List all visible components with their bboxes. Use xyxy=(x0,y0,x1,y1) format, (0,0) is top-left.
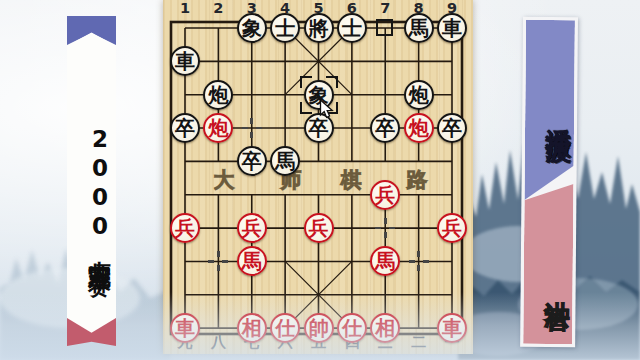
piece-black-elephant[interactable]: 象 xyxy=(304,80,334,110)
file-label: 二 xyxy=(408,333,430,352)
piece-black-cannon[interactable]: 炮 xyxy=(203,80,233,110)
river-watermark: 大 xyxy=(211,166,237,194)
point-marker xyxy=(409,251,429,271)
piece-black-soldier[interactable]: 卒 xyxy=(170,113,200,143)
piece-black-elephant[interactable]: 象 xyxy=(237,13,267,43)
piece-black-soldier[interactable]: 卒 xyxy=(304,113,334,143)
red-player-name: 洪智 xyxy=(520,232,576,337)
piece-black-chariot[interactable]: 車 xyxy=(437,13,467,43)
event-title: 2000大师冠军赛 xyxy=(67,56,116,326)
piece-red-cannon[interactable]: 炮 xyxy=(404,113,434,143)
piece-black-cannon[interactable]: 炮 xyxy=(404,80,434,110)
piece-red-soldier[interactable]: 兵 xyxy=(437,213,467,243)
piece-black-soldier[interactable]: 卒 xyxy=(437,113,467,143)
piece-black-advisor[interactable]: 士 xyxy=(337,13,367,43)
point-marker xyxy=(208,251,228,271)
piece-black-soldier[interactable]: 卒 xyxy=(237,146,267,176)
piece-red-soldier[interactable]: 兵 xyxy=(304,213,334,243)
black-player-name: 潘振波 xyxy=(522,39,578,189)
last-move-from-marker xyxy=(376,19,393,36)
column-number-label: 7 xyxy=(374,0,396,16)
piece-red-general[interactable]: 帥 xyxy=(304,313,334,343)
piece-black-advisor[interactable]: 士 xyxy=(270,13,300,43)
point-marker xyxy=(242,118,262,138)
piece-red-advisor[interactable]: 仕 xyxy=(337,313,367,343)
river-watermark: 路 xyxy=(404,166,430,194)
piece-red-soldier[interactable]: 兵 xyxy=(370,180,400,210)
piece-red-soldier[interactable]: 兵 xyxy=(237,213,267,243)
xiangqi-board[interactable]: 123456789九八七六五四三二一大师棋路象士將士馬車車炮象炮卒炮卒卒炮卒卒馬… xyxy=(163,0,473,354)
column-number-label: 2 xyxy=(207,0,229,16)
piece-red-soldier[interactable]: 兵 xyxy=(170,213,200,243)
column-number-label: 1 xyxy=(174,0,196,16)
event-banner: 2000大师冠军赛 xyxy=(67,16,116,346)
piece-black-general[interactable]: 將 xyxy=(304,13,334,43)
file-label: 八 xyxy=(207,333,229,352)
piece-red-chariot[interactable]: 車 xyxy=(437,313,467,343)
piece-black-horse[interactable]: 馬 xyxy=(404,13,434,43)
piece-red-elephant[interactable]: 相 xyxy=(237,313,267,343)
point-marker xyxy=(375,218,395,238)
piece-red-horse[interactable]: 馬 xyxy=(237,246,267,276)
river-watermark: 棋 xyxy=(338,166,364,194)
piece-red-chariot[interactable]: 車 xyxy=(170,313,200,343)
players-ribbon: 潘振波 洪智 xyxy=(520,17,578,347)
